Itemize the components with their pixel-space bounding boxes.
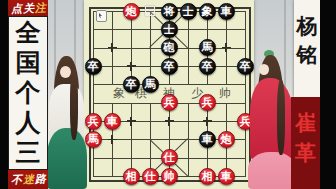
right-figure-robe <box>250 78 294 162</box>
follow-bottom-text: 不迷路 <box>10 173 45 185</box>
left-figure-hair-strand <box>70 70 78 140</box>
grid-vline <box>131 11 132 84</box>
player-name-black: 杨铭 <box>294 0 320 97</box>
position-cross-marker <box>127 117 136 126</box>
follow-text-char: 不 <box>10 174 21 185</box>
xiangqi-piece-red[interactable]: 炮 <box>218 131 235 148</box>
cursor-icon <box>96 10 107 22</box>
xiangqi-piece-black[interactable]: 士 <box>161 21 178 38</box>
xiangqi-piece-red[interactable]: 仕 <box>142 168 159 185</box>
event-title-char: 人 <box>16 109 41 137</box>
position-cross-marker <box>127 62 136 71</box>
xiangqi-piece-red[interactable]: 兵 <box>199 94 216 111</box>
xiangqi-board[interactable]: 象棋神少帅 炮将士象車士砲馬卒卒卒卒卒馬兵兵兵車兵馬車炮仕相仕帅相車 <box>84 0 254 189</box>
xiangqi-piece-black[interactable]: 士 <box>180 3 197 20</box>
grid-vline <box>150 11 151 84</box>
follow-banner-bottom[interactable]: 不迷路 <box>8 170 48 189</box>
xiangqi-piece-black[interactable]: 卒 <box>85 58 102 75</box>
player-bottom-char: 革 <box>295 141 316 165</box>
xiangqi-piece-red[interactable]: 帅 <box>161 168 178 185</box>
event-title-char: 个 <box>16 79 41 107</box>
xiangqi-piece-red[interactable]: 相 <box>123 168 140 185</box>
left-figure-face <box>60 66 71 78</box>
follow-text-char: 迷 <box>22 174 33 185</box>
right-figure-face <box>259 64 269 75</box>
position-cross-marker <box>108 43 117 52</box>
xiangqi-piece-black[interactable]: 馬 <box>199 39 216 56</box>
follow-text-char: 路 <box>34 173 45 184</box>
river-watermark-char: 帅 <box>217 86 233 100</box>
follow-top-text: 点关注 <box>10 2 45 14</box>
xiangqi-piece-black[interactable]: 車 <box>199 131 216 148</box>
event-title-banner: 全国个人三 <box>8 16 48 170</box>
xiangqi-piece-red[interactable]: 車 <box>218 168 235 185</box>
thumbnail-canvas: 象棋神少帅 炮将士象車士砲馬卒卒卒卒卒馬兵兵兵車兵馬車炮仕相仕帅相車 点关注 全… <box>0 0 336 189</box>
left-figure-skirt <box>47 128 87 189</box>
event-title-char: 三 <box>16 139 41 167</box>
follow-text-char: 注 <box>34 2 45 13</box>
player-name-red: 崔革 <box>291 97 320 189</box>
position-cross-marker <box>165 117 174 126</box>
position-cross-marker <box>203 117 212 126</box>
xiangqi-piece-black[interactable]: 車 <box>218 3 235 20</box>
xiangqi-piece-red[interactable]: 馬 <box>85 131 102 148</box>
player-top-char: 铭 <box>297 43 318 67</box>
xiangqi-piece-red[interactable]: 兵 <box>85 113 102 130</box>
last-move-from-marker <box>145 6 155 16</box>
xiangqi-piece-red[interactable]: 車 <box>104 113 121 130</box>
right-figure-hair-strand <box>277 80 285 155</box>
xiangqi-piece-red[interactable]: 相 <box>199 168 216 185</box>
follow-banner-top[interactable]: 点关注 <box>8 0 48 16</box>
grid-vline <box>188 11 189 84</box>
grid-vline <box>131 103 132 176</box>
xiangqi-piece-black[interactable]: 卒 <box>237 58 254 75</box>
xiangqi-piece-black[interactable]: 将 <box>161 3 178 20</box>
event-title-char: 全 <box>16 19 41 47</box>
grid-vline <box>188 103 189 176</box>
player-top-char: 杨 <box>297 14 318 38</box>
xiangqi-piece-red[interactable]: 炮 <box>123 3 140 20</box>
xiangqi-piece-black[interactable]: 象 <box>199 3 216 20</box>
xiangqi-piece-black[interactable]: 卒 <box>199 58 216 75</box>
grid-vline <box>245 11 246 176</box>
follow-text-char: 点 <box>10 3 21 14</box>
right-figure-skirt <box>248 152 296 189</box>
position-cross-marker <box>108 135 117 144</box>
xiangqi-piece-black[interactable]: 砲 <box>161 39 178 56</box>
position-cross-marker <box>222 43 231 52</box>
xiangqi-piece-black[interactable]: 卒 <box>123 76 140 93</box>
xiangqi-piece-black[interactable]: 馬 <box>142 76 159 93</box>
grid-vline <box>93 11 94 176</box>
player-bottom-char: 崔 <box>295 111 316 135</box>
event-title-char: 国 <box>16 49 41 77</box>
xiangqi-piece-red[interactable]: 兵 <box>161 94 178 111</box>
xiangqi-piece-red[interactable]: 仕 <box>161 149 178 166</box>
xiangqi-piece-black[interactable]: 卒 <box>161 58 178 75</box>
follow-text-char: 关 <box>22 2 33 13</box>
